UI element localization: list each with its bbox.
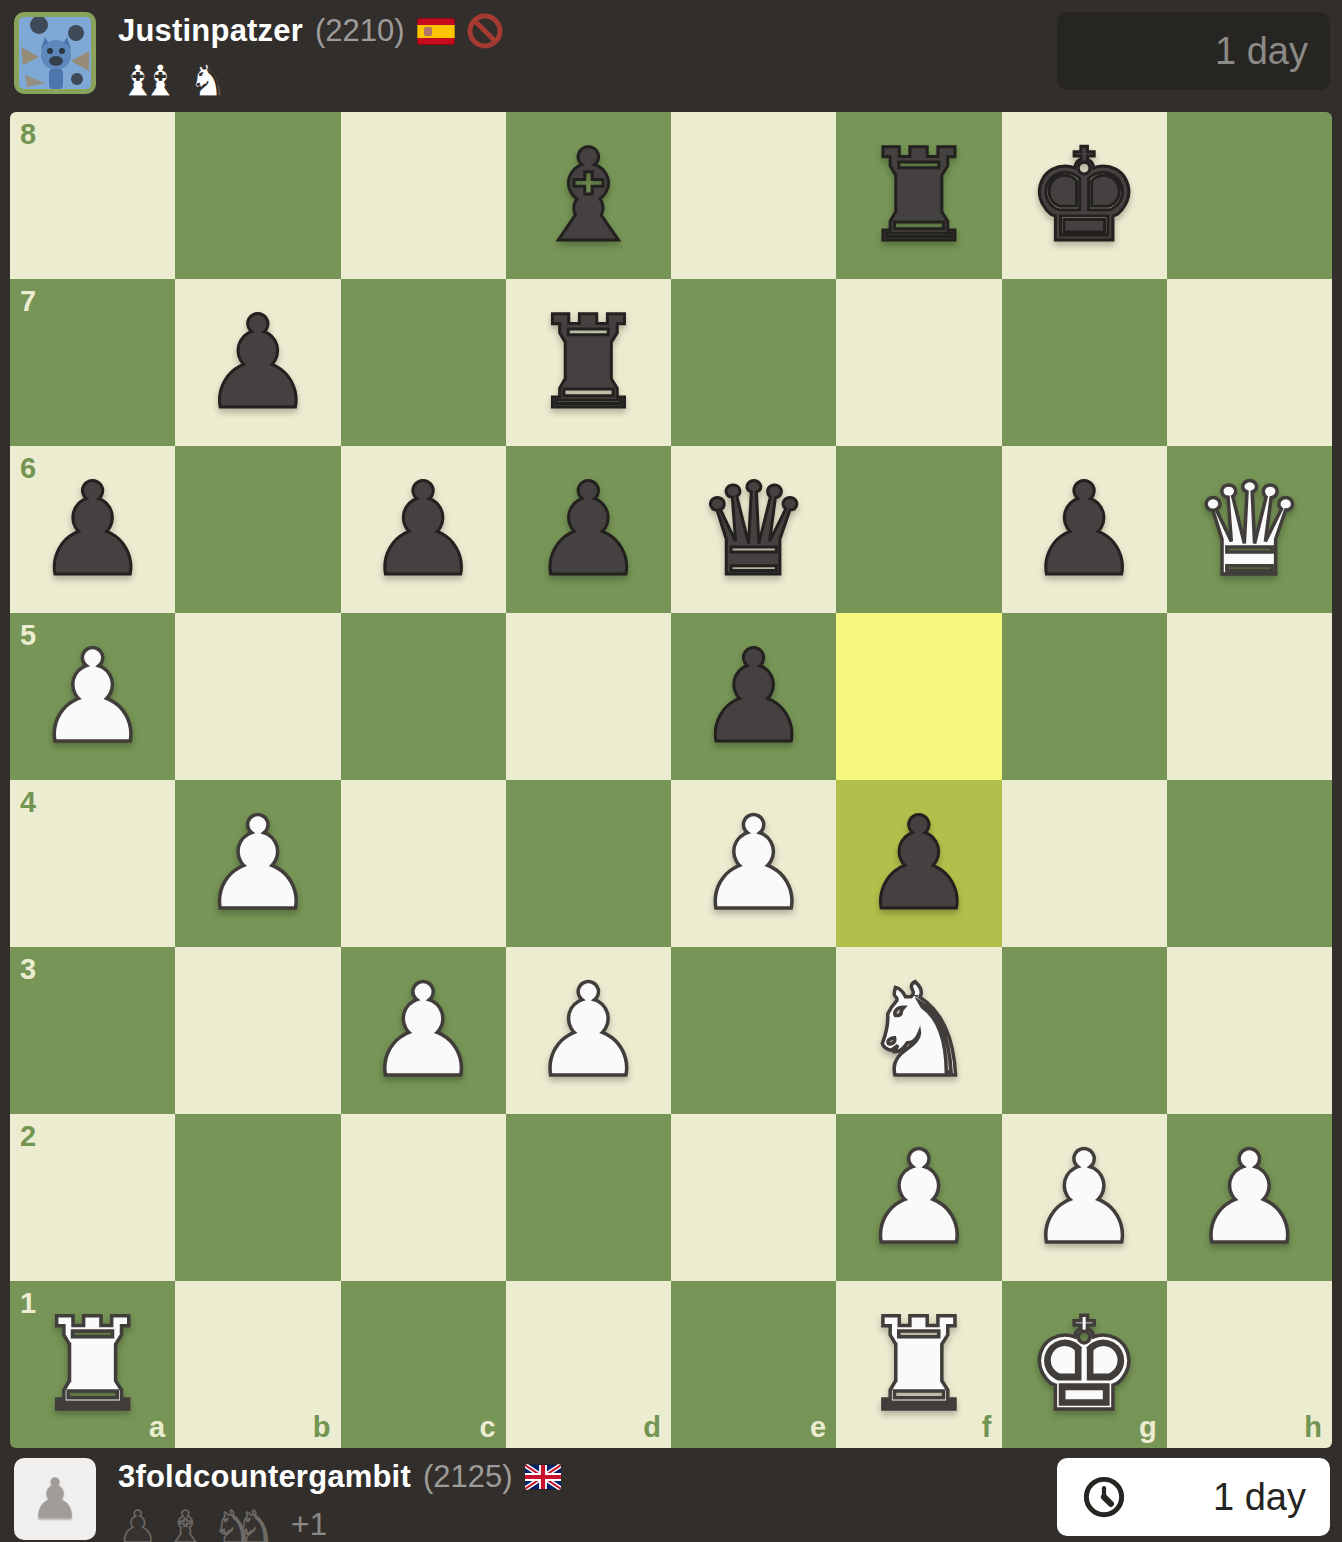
square-c6[interactable]: ♟ bbox=[341, 446, 506, 613]
game-page: Justinpatzer (2210) ♝♝♞ 1 day 8♝♜♚7♟♜6♟♟… bbox=[0, 0, 1342, 1542]
square-e8[interactable] bbox=[671, 112, 836, 279]
square-f5[interactable] bbox=[836, 613, 1001, 780]
square-b1[interactable]: b bbox=[175, 1281, 340, 1448]
square-g7[interactable] bbox=[1002, 279, 1167, 446]
clock-icon bbox=[1081, 1474, 1127, 1520]
rank-label-5: 5 bbox=[20, 621, 36, 650]
file-label-c: c bbox=[480, 1413, 496, 1442]
white-rook-f1[interactable]: ♜ bbox=[862, 1301, 977, 1429]
square-d1[interactable]: d bbox=[506, 1281, 671, 1448]
square-b5[interactable] bbox=[175, 613, 340, 780]
square-d5[interactable] bbox=[506, 613, 671, 780]
square-a4[interactable]: 4 bbox=[10, 780, 175, 947]
square-e4[interactable]: ♟ bbox=[671, 780, 836, 947]
white-pawn-d3[interactable]: ♟ bbox=[531, 967, 646, 1095]
square-c3[interactable]: ♟ bbox=[341, 947, 506, 1114]
square-f2[interactable]: ♟ bbox=[836, 1114, 1001, 1281]
captured-pawn-icon: ♟ bbox=[118, 1505, 157, 1542]
square-h6[interactable]: ♛ bbox=[1167, 446, 1332, 613]
bottom-player-avatar[interactable]: ♟ bbox=[14, 1458, 96, 1540]
file-label-d: d bbox=[643, 1413, 661, 1442]
file-label-h: h bbox=[1304, 1413, 1322, 1442]
captured-bishop-icon: ♝ bbox=[140, 59, 179, 103]
square-f4[interactable]: ♟ bbox=[836, 780, 1001, 947]
top-clock-time: 1 day bbox=[1215, 30, 1308, 73]
bottom-player-info: 3foldcountergambit (2125) ♟♝♞♞ +1 bbox=[118, 1458, 561, 1542]
bottom-clock-time: 1 day bbox=[1213, 1476, 1306, 1519]
square-e7[interactable] bbox=[671, 279, 836, 446]
blocked-icon[interactable] bbox=[467, 13, 503, 49]
white-pawn-g2[interactable]: ♟ bbox=[1027, 1134, 1142, 1262]
top-captured-pieces: ♝♝♞ bbox=[118, 53, 503, 103]
square-e6[interactable]: ♛ bbox=[671, 446, 836, 613]
bottom-captured-row: ♟♝♞♞ +1 bbox=[118, 1499, 561, 1542]
square-b7[interactable]: ♟ bbox=[175, 279, 340, 446]
white-king-g1[interactable]: ♚ bbox=[1027, 1301, 1142, 1429]
bottom-avatar-pawn-image: ♟ bbox=[30, 1471, 80, 1527]
square-b3[interactable] bbox=[175, 947, 340, 1114]
captured-knight-icon: ♞ bbox=[188, 59, 227, 103]
square-h4[interactable] bbox=[1167, 780, 1332, 947]
square-g2[interactable]: ♟ bbox=[1002, 1114, 1167, 1281]
white-pawn-f2[interactable]: ♟ bbox=[862, 1134, 977, 1262]
rank-label-8: 8 bbox=[20, 120, 36, 149]
square-e2[interactable] bbox=[671, 1114, 836, 1281]
black-pawn-b7[interactable]: ♟ bbox=[201, 299, 316, 427]
rank-label-1: 1 bbox=[20, 1289, 36, 1318]
file-label-a: a bbox=[149, 1413, 165, 1442]
square-d8[interactable]: ♝ bbox=[506, 112, 671, 279]
top-player-username[interactable]: Justinpatzer bbox=[118, 13, 303, 49]
square-h3[interactable] bbox=[1167, 947, 1332, 1114]
square-d6[interactable]: ♟ bbox=[506, 446, 671, 613]
file-label-g: g bbox=[1139, 1413, 1157, 1442]
square-b2[interactable] bbox=[175, 1114, 340, 1281]
square-f1[interactable]: f♜ bbox=[836, 1281, 1001, 1448]
black-rook-d7[interactable]: ♜ bbox=[531, 299, 646, 427]
square-b4[interactable]: ♟ bbox=[175, 780, 340, 947]
square-h1[interactable]: h bbox=[1167, 1281, 1332, 1448]
square-g1[interactable]: g♚ bbox=[1002, 1281, 1167, 1448]
uk-flag-icon bbox=[525, 1464, 561, 1490]
black-rook-f8[interactable]: ♜ bbox=[862, 132, 977, 260]
top-player-info: Justinpatzer (2210) ♝♝♞ bbox=[118, 12, 503, 103]
bottom-player-bar: ♟ 3foldcountergambit (2125) ♟♝♞♞ bbox=[0, 1448, 1342, 1542]
square-f6[interactable] bbox=[836, 446, 1001, 613]
white-knight-f3[interactable]: ♞ bbox=[862, 967, 977, 1095]
white-queen-h6[interactable]: ♛ bbox=[1192, 466, 1307, 594]
square-d4[interactable] bbox=[506, 780, 671, 947]
white-pawn-h2[interactable]: ♟ bbox=[1192, 1134, 1307, 1262]
chess-board[interactable]: 8♝♜♚7♟♜6♟♟♟♛♟♛5♟♟4♟♟♟3♟♟♞2♟♟♟1a♜bcdef♜g♚… bbox=[10, 112, 1332, 1448]
white-pawn-a5[interactable]: ♟ bbox=[35, 633, 150, 761]
square-f8[interactable]: ♜ bbox=[836, 112, 1001, 279]
square-f7[interactable] bbox=[836, 279, 1001, 446]
square-a1[interactable]: 1a♜ bbox=[10, 1281, 175, 1448]
bottom-player-username[interactable]: 3foldcountergambit bbox=[118, 1459, 411, 1495]
square-c4[interactable] bbox=[341, 780, 506, 947]
black-pawn-f4[interactable]: ♟ bbox=[862, 800, 977, 928]
top-player-name-row: Justinpatzer (2210) bbox=[118, 12, 503, 50]
square-c2[interactable] bbox=[341, 1114, 506, 1281]
white-rook-a1[interactable]: ♜ bbox=[35, 1301, 150, 1429]
square-c5[interactable] bbox=[341, 613, 506, 780]
square-g6[interactable]: ♟ bbox=[1002, 446, 1167, 613]
square-a2[interactable]: 2 bbox=[10, 1114, 175, 1281]
square-a8[interactable]: 8 bbox=[10, 112, 175, 279]
square-c1[interactable]: c bbox=[341, 1281, 506, 1448]
rank-label-4: 4 bbox=[20, 788, 36, 817]
square-a7[interactable]: 7 bbox=[10, 279, 175, 446]
rank-label-6: 6 bbox=[20, 454, 36, 483]
square-h7[interactable] bbox=[1167, 279, 1332, 446]
square-g4[interactable] bbox=[1002, 780, 1167, 947]
top-avatar-image bbox=[19, 17, 91, 89]
black-queen-e6[interactable]: ♛ bbox=[696, 466, 811, 594]
square-e5[interactable]: ♟ bbox=[671, 613, 836, 780]
square-d2[interactable] bbox=[506, 1114, 671, 1281]
top-player-clock: 1 day bbox=[1057, 12, 1330, 90]
square-h2[interactable]: ♟ bbox=[1167, 1114, 1332, 1281]
white-pawn-b4[interactable]: ♟ bbox=[201, 800, 316, 928]
file-label-b: b bbox=[313, 1413, 331, 1442]
file-label-e: e bbox=[810, 1413, 826, 1442]
square-h5[interactable] bbox=[1167, 613, 1332, 780]
square-g3[interactable] bbox=[1002, 947, 1167, 1114]
square-d7[interactable]: ♜ bbox=[506, 279, 671, 446]
square-g5[interactable] bbox=[1002, 613, 1167, 780]
white-pawn-c3[interactable]: ♟ bbox=[366, 967, 481, 1095]
rank-label-7: 7 bbox=[20, 287, 36, 316]
rank-label-3: 3 bbox=[20, 955, 36, 984]
square-a3[interactable]: 3 bbox=[10, 947, 175, 1114]
black-king-g8[interactable]: ♚ bbox=[1027, 132, 1142, 260]
bottom-captured-pieces: ♟♝♞♞ bbox=[118, 1505, 275, 1542]
rank-label-2: 2 bbox=[20, 1122, 36, 1151]
black-pawn-e5[interactable]: ♟ bbox=[696, 633, 811, 761]
square-e1[interactable]: e bbox=[671, 1281, 836, 1448]
top-player-avatar[interactable] bbox=[14, 12, 96, 94]
black-pawn-g6[interactable]: ♟ bbox=[1027, 466, 1142, 594]
square-c8[interactable] bbox=[341, 112, 506, 279]
square-e3[interactable] bbox=[671, 947, 836, 1114]
square-b8[interactable] bbox=[175, 112, 340, 279]
square-c7[interactable] bbox=[341, 279, 506, 446]
square-a6[interactable]: 6♟ bbox=[10, 446, 175, 613]
captured-knight-icon: ♞ bbox=[235, 1505, 274, 1542]
black-pawn-c6[interactable]: ♟ bbox=[366, 466, 481, 594]
top-player-rating: (2210) bbox=[315, 13, 405, 49]
spain-flag-icon bbox=[417, 18, 455, 45]
square-b6[interactable] bbox=[175, 446, 340, 613]
square-f3[interactable]: ♞ bbox=[836, 947, 1001, 1114]
square-d3[interactable]: ♟ bbox=[506, 947, 671, 1114]
black-bishop-d8[interactable]: ♝ bbox=[531, 132, 646, 260]
captured-bishop-icon: ♝ bbox=[165, 1505, 204, 1542]
white-pawn-e4[interactable]: ♟ bbox=[696, 800, 811, 928]
material-advantage: +1 bbox=[291, 1506, 327, 1542]
bottom-player-clock: 1 day bbox=[1057, 1458, 1330, 1536]
file-label-f: f bbox=[982, 1413, 992, 1442]
bottom-player-name-row: 3foldcountergambit (2125) bbox=[118, 1458, 561, 1496]
top-player-bar: Justinpatzer (2210) ♝♝♞ 1 day bbox=[0, 0, 1342, 112]
square-g8[interactable]: ♚ bbox=[1002, 112, 1167, 279]
black-pawn-d6[interactable]: ♟ bbox=[531, 466, 646, 594]
bottom-player-rating: (2125) bbox=[423, 1459, 513, 1495]
square-a5[interactable]: 5♟ bbox=[10, 613, 175, 780]
black-pawn-a6[interactable]: ♟ bbox=[35, 466, 150, 594]
square-h8[interactable] bbox=[1167, 112, 1332, 279]
